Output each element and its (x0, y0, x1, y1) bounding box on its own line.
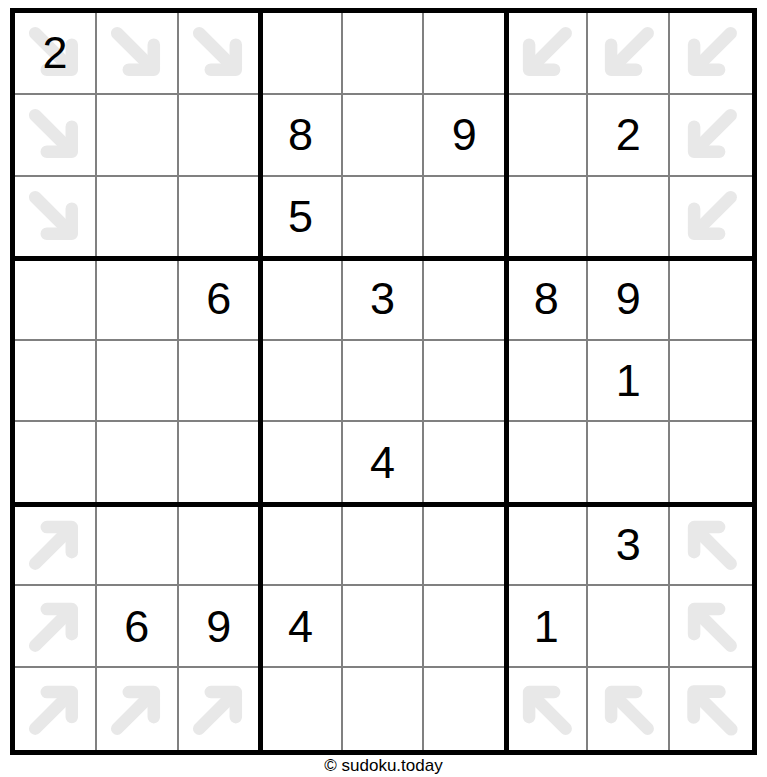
cell-r3c5[interactable] (343, 177, 425, 259)
given-digit: 2 (42, 30, 67, 75)
given-digit: 8 (288, 112, 313, 157)
cell-r4c1[interactable] (15, 259, 97, 341)
arrow-ne-icon (15, 504, 95, 584)
arrow-sw-icon (588, 13, 668, 93)
cell-r5c3[interactable] (179, 341, 261, 423)
arrow-se-icon (15, 95, 95, 175)
given-digit: 8 (534, 276, 559, 321)
cell-r3c7[interactable] (506, 177, 588, 259)
cell-r6c3[interactable] (179, 422, 261, 504)
cell-r6c4[interactable] (261, 422, 343, 504)
cell-r7c4[interactable] (261, 504, 343, 586)
cell-r8c5[interactable] (343, 586, 425, 668)
cell-r7c3[interactable] (179, 504, 261, 586)
cell-r4c7[interactable]: 8 (506, 259, 588, 341)
cell-r9c7[interactable] (506, 668, 588, 750)
cell-r7c2[interactable] (97, 504, 179, 586)
cell-r1c1[interactable]: 2 (15, 13, 97, 95)
board-cells: 2892563891436941 (15, 13, 752, 750)
arrow-ne-icon (15, 586, 95, 666)
cell-r8c2[interactable]: 6 (97, 586, 179, 668)
cell-r9c4[interactable] (261, 668, 343, 750)
cell-r4c4[interactable] (261, 259, 343, 341)
arrow-nw-icon (506, 668, 586, 750)
cell-r3c9[interactable] (670, 177, 752, 259)
cell-r5c7[interactable] (506, 341, 588, 423)
sudoku-board: 2892563891436941 (10, 8, 757, 755)
cell-r3c2[interactable] (97, 177, 179, 259)
cell-r7c8[interactable]: 3 (588, 504, 670, 586)
given-digit: 9 (616, 276, 641, 321)
given-digit: 3 (616, 522, 641, 567)
cell-r8c4[interactable]: 4 (261, 586, 343, 668)
cell-r5c5[interactable] (343, 341, 425, 423)
cell-r1c9[interactable] (670, 13, 752, 95)
cell-r6c2[interactable] (97, 422, 179, 504)
given-digit: 9 (206, 604, 231, 649)
arrow-sw-icon (671, 94, 751, 176)
cell-r1c5[interactable] (343, 13, 425, 95)
cell-r6c6[interactable] (424, 422, 506, 504)
cell-r2c5[interactable] (343, 95, 425, 177)
cell-r2c4[interactable]: 8 (261, 95, 343, 177)
cell-r9c5[interactable] (343, 668, 425, 750)
cell-r2c8[interactable]: 2 (588, 95, 670, 177)
cell-r3c3[interactable] (179, 177, 261, 259)
arrow-ne-icon (96, 669, 178, 749)
cell-r6c7[interactable] (506, 422, 588, 504)
given-digit: 4 (288, 604, 313, 649)
cell-r5c2[interactable] (97, 341, 179, 423)
given-digit: 6 (206, 276, 231, 321)
cell-r3c8[interactable] (588, 177, 670, 259)
cell-r5c6[interactable] (424, 341, 506, 423)
cell-r2c6[interactable]: 9 (424, 95, 506, 177)
cell-r1c3[interactable] (179, 13, 261, 95)
cell-r8c9[interactable] (670, 586, 752, 668)
cell-r8c3[interactable]: 9 (179, 586, 261, 668)
given-digit: 3 (370, 276, 395, 321)
given-digit: 5 (288, 194, 313, 239)
cell-r9c1[interactable] (15, 668, 97, 750)
arrow-se-icon (179, 13, 259, 93)
cell-r6c8[interactable] (588, 422, 670, 504)
cell-r7c7[interactable] (506, 504, 588, 586)
copyright: © sudoku.today (10, 756, 757, 776)
cell-r4c6[interactable] (424, 259, 506, 341)
arrow-ne-icon (178, 669, 260, 749)
cell-r8c1[interactable] (15, 586, 97, 668)
given-digit: 6 (124, 604, 149, 649)
given-digit: 9 (452, 112, 477, 157)
cell-r4c5[interactable]: 3 (343, 259, 425, 341)
cell-r9c9[interactable] (670, 668, 752, 750)
cell-r7c5[interactable] (343, 504, 425, 586)
cell-r4c8[interactable]: 9 (588, 259, 670, 341)
arrow-sw-icon (671, 176, 751, 258)
cell-r2c9[interactable] (670, 95, 752, 177)
arrow-sw-icon (671, 12, 751, 94)
cell-r1c6[interactable] (424, 13, 506, 95)
cell-r1c4[interactable] (261, 13, 343, 95)
cell-r6c9[interactable] (670, 422, 752, 504)
given-digit: 4 (370, 440, 395, 485)
cell-r6c5[interactable]: 4 (343, 422, 425, 504)
cell-r5c8[interactable]: 1 (588, 341, 670, 423)
cell-r9c3[interactable] (179, 668, 261, 750)
cell-r8c8[interactable] (588, 586, 670, 668)
cell-r2c2[interactable] (97, 95, 179, 177)
cell-r5c1[interactable] (15, 341, 97, 423)
cell-r1c2[interactable] (97, 13, 179, 95)
arrow-nw-icon (670, 586, 752, 666)
cell-r2c1[interactable] (15, 95, 97, 177)
arrow-nw-icon (670, 504, 752, 584)
arrow-se-icon (15, 177, 95, 257)
cell-r8c7[interactable]: 1 (506, 586, 588, 668)
cell-r3c6[interactable] (424, 177, 506, 259)
given-digit: 1 (534, 604, 559, 649)
given-digit: 1 (616, 358, 641, 403)
arrow-sw-icon (506, 13, 586, 93)
cell-r9c6[interactable] (424, 668, 506, 750)
cell-r2c3[interactable] (179, 95, 261, 177)
cell-r3c1[interactable] (15, 177, 97, 259)
cell-r7c6[interactable] (424, 504, 506, 586)
cell-r9c8[interactable] (588, 668, 670, 750)
cell-r5c9[interactable] (670, 341, 752, 423)
cell-r5c4[interactable] (261, 341, 343, 423)
cell-r4c2[interactable] (97, 259, 179, 341)
cell-r8c6[interactable] (424, 586, 506, 668)
arrow-se-icon (97, 13, 177, 93)
cell-r1c8[interactable] (588, 13, 670, 95)
given-digit: 2 (616, 112, 641, 157)
cell-r4c9[interactable] (670, 259, 752, 341)
arrow-nw-icon (670, 668, 752, 750)
cell-r1c7[interactable] (506, 13, 588, 95)
arrow-ne-icon (14, 669, 96, 749)
cell-r7c9[interactable] (670, 504, 752, 586)
cell-r9c2[interactable] (97, 668, 179, 750)
cell-r6c1[interactable] (15, 422, 97, 504)
cell-r7c1[interactable] (15, 504, 97, 586)
cell-r2c7[interactable] (506, 95, 588, 177)
cell-r4c3[interactable]: 6 (179, 259, 261, 341)
cell-r3c4[interactable]: 5 (261, 177, 343, 259)
arrow-nw-icon (588, 668, 668, 750)
